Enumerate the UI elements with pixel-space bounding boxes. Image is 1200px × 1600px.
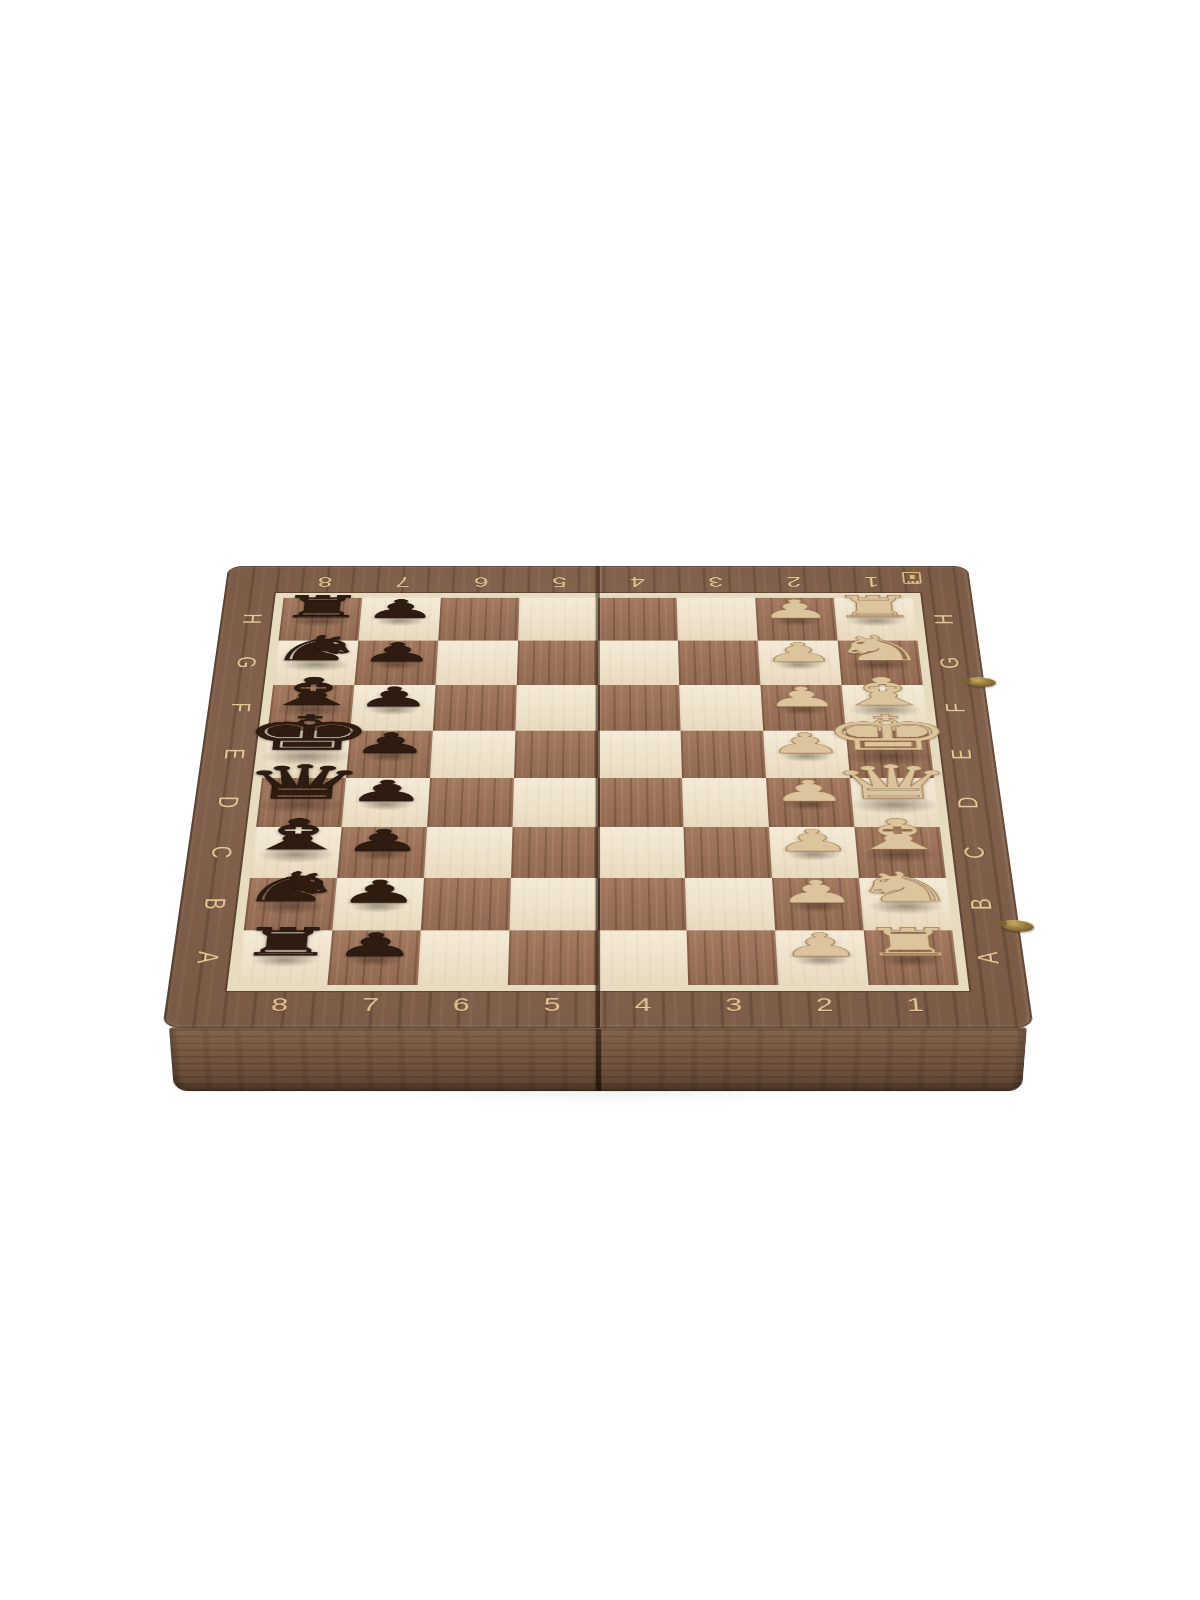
chessboard-scene: 8765432187654321HGFEDCBAHGFEDCBA ♜♟♟♜♞♟♟… (198, 378, 998, 1178)
top-label-2: 2 (772, 571, 815, 593)
piece-shadow (349, 900, 407, 912)
square-g4[interactable] (598, 641, 679, 685)
piece-shadow (876, 953, 946, 968)
piece-shadow (785, 849, 842, 861)
piece-shadow (860, 846, 941, 863)
piece-shadow (250, 953, 320, 968)
square-a6[interactable] (418, 930, 510, 985)
square-b2[interactable] (772, 878, 864, 931)
logo-door (910, 575, 915, 579)
left-label-A: A (182, 943, 233, 972)
square-b4[interactable] (598, 878, 687, 931)
right-label-A: A (963, 943, 1014, 972)
piece-shadow (867, 898, 944, 914)
top-label-4: 4 (617, 571, 658, 593)
clasp-stem (996, 920, 1008, 926)
bottom-label-4: 4 (620, 990, 668, 1019)
square-d4[interactable] (598, 778, 683, 827)
bottom-label-8: 8 (255, 990, 306, 1019)
brass-clasp-lower (1001, 918, 1035, 934)
square-c8[interactable] (250, 827, 342, 878)
square-f4[interactable] (598, 685, 681, 731)
black-pawn-h7[interactable]: ♟ (319, 596, 481, 622)
piece-shadow (252, 898, 329, 914)
square-c4[interactable] (598, 827, 685, 878)
board-front-edge (169, 1027, 1027, 1091)
logo-crenellation (908, 581, 919, 583)
piece-shadow (354, 849, 411, 861)
fold-seam-front (596, 1029, 601, 1091)
square-c3[interactable] (683, 827, 772, 878)
bottom-label-7: 7 (346, 990, 396, 1019)
top-label-7: 7 (381, 571, 424, 593)
white-knight-g1[interactable]: ♞ (796, 631, 962, 666)
bottom-label-6: 6 (437, 990, 486, 1019)
square-a8[interactable] (237, 930, 332, 985)
right-label-C: C (951, 839, 1000, 866)
square-b5[interactable] (509, 878, 598, 931)
piece-shadow (782, 799, 838, 810)
square-c2[interactable] (769, 827, 859, 878)
square-c5[interactable] (511, 827, 598, 878)
square-a5[interactable] (508, 930, 598, 985)
fold-seam (596, 566, 600, 1028)
square-c1[interactable] (854, 827, 946, 878)
square-b3[interactable] (685, 878, 775, 931)
square-d5[interactable] (513, 778, 598, 827)
square-b8[interactable] (244, 878, 337, 931)
left-label-C: C (197, 839, 246, 866)
square-a2[interactable] (775, 930, 868, 985)
bottom-label-1: 1 (891, 990, 942, 1019)
left-label-B: B (190, 890, 240, 918)
chessboard: 8765432187654321HGFEDCBAHGFEDCBA ♜♟♟♜♞♟♟… (162, 566, 1033, 1028)
square-e4[interactable] (598, 731, 682, 778)
square-c7[interactable] (337, 827, 427, 878)
white-rook-h1[interactable]: ♜ (793, 592, 956, 622)
top-label-3: 3 (694, 571, 736, 593)
square-f5[interactable] (515, 685, 598, 731)
piece-shadow (345, 954, 404, 967)
bottom-label-3: 3 (710, 990, 759, 1019)
square-a4[interactable] (598, 930, 688, 985)
square-e5[interactable] (514, 731, 598, 778)
brand-logo-icon (902, 572, 922, 584)
square-c6[interactable] (424, 827, 513, 878)
square-b6[interactable] (421, 878, 511, 931)
top-label-6: 6 (460, 571, 502, 593)
square-a7[interactable] (327, 930, 420, 985)
black-pawn-g7[interactable]: ♟ (315, 639, 479, 665)
brass-clasp-upper (966, 676, 997, 688)
piece-shadow (789, 900, 847, 912)
square-h4[interactable] (598, 598, 678, 641)
piece-shadow (792, 954, 851, 967)
piece-shadow (358, 799, 414, 810)
square-a1[interactable] (864, 930, 959, 985)
square-g5[interactable] (517, 641, 598, 685)
right-label-B: B (957, 890, 1007, 918)
piece-shadow (255, 846, 336, 863)
square-h5[interactable] (518, 598, 598, 641)
top-label-5: 5 (538, 571, 579, 593)
product-photo-page: 8765432187654321HGFEDCBAHGFEDCBA ♜♟♟♜♞♟♟… (0, 0, 1200, 1600)
square-a3[interactable] (687, 930, 779, 985)
bottom-label-5: 5 (528, 990, 576, 1019)
square-b7[interactable] (332, 878, 424, 931)
bottom-label-2: 2 (800, 990, 850, 1019)
square-b1[interactable] (859, 878, 952, 931)
